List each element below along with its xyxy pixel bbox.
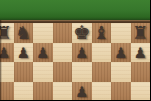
square-a5[interactable] (0, 82, 14, 101)
square-e6[interactable] (72, 62, 92, 82)
board-grid: ♜♞♚♝♜♟♟♟♟♟♟♟ (0, 23, 150, 100)
square-b5[interactable] (14, 82, 34, 101)
black-pawn[interactable]: ♟ (134, 46, 147, 61)
black-pawn[interactable]: ♟ (75, 46, 88, 61)
black-king[interactable]: ♚ (73, 23, 90, 42)
square-c7[interactable]: ♟ (33, 43, 53, 63)
square-h7[interactable]: ♟ (131, 43, 151, 63)
square-d5[interactable] (53, 82, 73, 101)
square-b8[interactable]: ♞ (14, 23, 34, 43)
square-g5[interactable] (111, 82, 131, 101)
square-h8[interactable]: ♜ (131, 23, 151, 43)
square-a6[interactable] (0, 62, 14, 82)
square-d8[interactable] (53, 23, 73, 43)
square-d6[interactable] (53, 62, 73, 82)
square-h5[interactable] (131, 82, 151, 101)
square-f6[interactable] (92, 62, 112, 82)
board-left-edge-shadow (0, 20, 2, 100)
square-f5[interactable] (92, 82, 112, 101)
square-c6[interactable] (33, 62, 53, 82)
square-b7[interactable]: ♟ (14, 43, 34, 63)
square-e7[interactable]: ♟ (72, 43, 92, 63)
square-d7[interactable] (53, 43, 73, 63)
square-g6[interactable] (111, 62, 131, 82)
square-a7[interactable]: ♟ (0, 43, 14, 63)
black-knight[interactable]: ♞ (15, 23, 31, 41)
square-c5[interactable] (33, 82, 53, 101)
black-bishop[interactable]: ♝ (93, 23, 109, 41)
chess-app-screenshot: ♜♞♚♝♜♟♟♟♟♟♟♟ (0, 0, 150, 100)
square-c8[interactable] (33, 23, 53, 43)
square-g8[interactable] (111, 23, 131, 43)
square-b6[interactable] (14, 62, 34, 82)
square-f8[interactable]: ♝ (92, 23, 112, 43)
square-h6[interactable] (131, 62, 151, 82)
square-f7[interactable] (92, 43, 112, 63)
table-felt (0, 0, 150, 20)
black-pawn[interactable]: ♟ (75, 85, 88, 100)
square-e5[interactable]: ♟ (72, 82, 92, 101)
black-pawn[interactable]: ♟ (17, 46, 30, 61)
black-pawn[interactable]: ♟ (114, 46, 127, 61)
black-rook[interactable]: ♜ (132, 23, 148, 41)
black-pawn[interactable]: ♟ (36, 46, 49, 61)
square-a8[interactable]: ♜ (0, 23, 14, 43)
square-g7[interactable]: ♟ (111, 43, 131, 63)
square-e8[interactable]: ♚ (72, 23, 92, 43)
